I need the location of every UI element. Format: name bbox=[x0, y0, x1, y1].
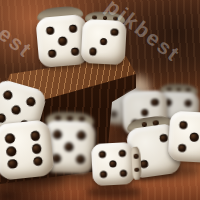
pip bbox=[109, 160, 116, 167]
pip bbox=[135, 168, 139, 172]
pip bbox=[179, 120, 188, 129]
watermark-text: pikbest bbox=[101, 0, 185, 67]
pip bbox=[177, 143, 186, 152]
pip bbox=[183, 119, 190, 126]
pip bbox=[45, 26, 54, 35]
pip bbox=[139, 159, 149, 169]
pip bbox=[58, 36, 67, 45]
die-on-block-left bbox=[35, 5, 90, 68]
pip bbox=[167, 87, 172, 91]
pip bbox=[151, 99, 159, 107]
pip bbox=[141, 109, 149, 117]
die-top-face bbox=[126, 114, 173, 133]
pip bbox=[119, 169, 126, 176]
die-side-face bbox=[131, 147, 141, 180]
cast-shadow bbox=[86, 186, 142, 198]
die-face-5 bbox=[35, 14, 89, 68]
pip bbox=[184, 100, 191, 107]
pip bbox=[164, 118, 171, 125]
die-top-face bbox=[159, 83, 198, 95]
pip bbox=[89, 48, 97, 56]
pip bbox=[141, 122, 147, 127]
pip bbox=[47, 49, 56, 58]
pip bbox=[190, 133, 199, 142]
cast-shadow bbox=[128, 162, 200, 178]
die-top-face bbox=[37, 5, 84, 22]
pip bbox=[152, 120, 158, 125]
pip bbox=[134, 154, 138, 158]
pip bbox=[118, 150, 125, 157]
pip bbox=[110, 111, 117, 118]
pip bbox=[92, 15, 97, 19]
pip bbox=[186, 88, 191, 92]
dice-photo: pikbest pikbest bbox=[0, 0, 200, 200]
pip bbox=[110, 28, 118, 36]
die-face-5 bbox=[168, 111, 200, 164]
die-face-2 bbox=[125, 123, 181, 179]
pip bbox=[70, 47, 79, 56]
die-far-right bbox=[168, 111, 200, 164]
pip bbox=[131, 120, 139, 128]
pip bbox=[165, 99, 172, 106]
pip bbox=[68, 24, 77, 33]
die-face-4 bbox=[156, 91, 199, 134]
pip bbox=[100, 170, 107, 177]
pip bbox=[176, 87, 181, 91]
watermark-text: pikbest bbox=[0, 0, 37, 63]
die-right-center bbox=[124, 114, 182, 179]
die-back-right bbox=[156, 83, 200, 134]
pip bbox=[100, 38, 108, 46]
pip bbox=[159, 133, 169, 143]
